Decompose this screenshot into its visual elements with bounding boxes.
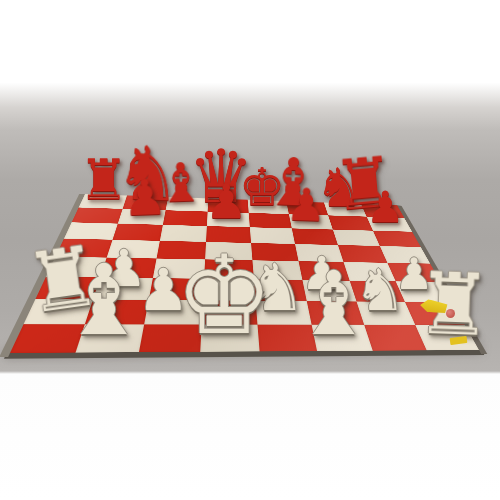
square-f8 xyxy=(286,201,328,215)
square-e4 xyxy=(252,260,302,280)
square-a2 xyxy=(24,299,93,324)
square-b2 xyxy=(85,300,149,325)
square-d3 xyxy=(203,279,256,301)
square-b6 xyxy=(113,224,163,241)
square-b5 xyxy=(107,240,160,259)
square-b8 xyxy=(123,195,168,210)
square-f1 xyxy=(312,325,373,351)
square-c8 xyxy=(166,197,209,212)
square-a5 xyxy=(55,239,112,258)
square-d1 xyxy=(200,325,259,352)
square-c5 xyxy=(157,241,206,260)
square-e3 xyxy=(254,279,307,301)
square-e2 xyxy=(256,301,312,325)
square-b1 xyxy=(76,324,145,352)
square-d6 xyxy=(206,226,251,243)
square-d8 xyxy=(208,198,249,213)
square-c4 xyxy=(153,258,205,278)
square-e5 xyxy=(251,243,298,261)
square-d5 xyxy=(205,242,252,260)
red-dot-sticker xyxy=(446,309,455,318)
square-e8 xyxy=(248,200,289,214)
square-c7 xyxy=(163,210,208,226)
square-c3 xyxy=(149,278,204,300)
square-b3 xyxy=(93,277,153,300)
square-a7 xyxy=(72,208,123,224)
square-a3 xyxy=(35,277,100,300)
square-d7 xyxy=(207,212,250,228)
product-photo: ♜♞♝♛♚♝♞♜♟♟♟♟♟♟♟♜♟♞♞♝♚♝♜ xyxy=(0,0,500,500)
square-f7 xyxy=(289,214,333,229)
square-a4 xyxy=(46,257,107,278)
square-d4 xyxy=(204,259,254,279)
square-f3 xyxy=(302,280,356,301)
square-a8 xyxy=(79,194,127,209)
square-b7 xyxy=(118,209,166,225)
square-e1 xyxy=(257,325,317,352)
square-e7 xyxy=(249,213,292,229)
square-f4 xyxy=(299,261,350,281)
square-a6 xyxy=(64,222,118,239)
chessboard xyxy=(10,194,479,353)
square-c6 xyxy=(160,225,207,242)
square-b4 xyxy=(100,258,156,279)
square-c2 xyxy=(144,300,203,325)
square-f2 xyxy=(307,301,364,325)
square-f5 xyxy=(295,244,343,262)
square-c1 xyxy=(139,324,202,352)
square-d2 xyxy=(202,300,258,324)
square-e6 xyxy=(250,227,295,244)
square-f6 xyxy=(292,228,338,245)
